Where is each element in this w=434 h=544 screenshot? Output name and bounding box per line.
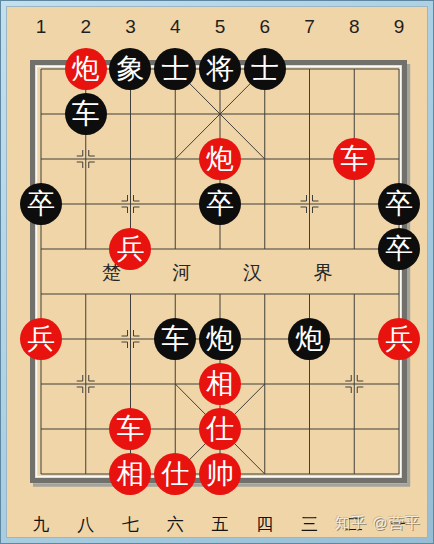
piece-black-general[interactable]: 将 (199, 48, 241, 90)
piece-black-cannon[interactable]: 炮 (288, 318, 330, 360)
piece-red-soldier[interactable]: 兵 (378, 318, 420, 360)
piece-black-soldier[interactable]: 卒 (20, 183, 62, 225)
piece-red-soldier[interactable]: 兵 (109, 228, 151, 270)
piece-black-chariot[interactable]: 车 (65, 93, 107, 135)
piece-red-general[interactable]: 帅 (199, 453, 241, 495)
piece-red-soldier[interactable]: 兵 (20, 318, 62, 360)
piece-red-chariot[interactable]: 车 (333, 138, 375, 180)
piece-red-cannon[interactable]: 炮 (199, 138, 241, 180)
piece-red-elephant[interactable]: 相 (109, 453, 151, 495)
pieces-layer: 炮象士将士车炮车卒卒卒兵卒兵车炮炮兵相车仕相仕帅 (19, 47, 422, 497)
screenshot-frame: 123456789九八七六五四三二一 楚河汉界 炮象士将士车炮车卒卒卒兵卒兵车炮… (0, 0, 434, 544)
piece-red-chariot[interactable]: 车 (109, 408, 151, 450)
piece-red-elephant[interactable]: 相 (199, 363, 241, 405)
piece-black-soldier[interactable]: 卒 (378, 183, 420, 225)
piece-red-advisor[interactable]: 仕 (199, 408, 241, 450)
piece-black-advisor[interactable]: 士 (244, 48, 286, 90)
piece-red-cannon[interactable]: 炮 (65, 48, 107, 90)
piece-black-soldier[interactable]: 卒 (199, 183, 241, 225)
piece-red-advisor[interactable]: 仕 (154, 453, 196, 495)
piece-black-soldier[interactable]: 卒 (378, 228, 420, 270)
piece-black-cannon[interactable]: 炮 (199, 318, 241, 360)
piece-black-elephant[interactable]: 象 (109, 48, 151, 90)
watermark: 知乎 @营平 (335, 514, 420, 533)
piece-black-advisor[interactable]: 士 (154, 48, 196, 90)
piece-black-chariot[interactable]: 车 (154, 318, 196, 360)
